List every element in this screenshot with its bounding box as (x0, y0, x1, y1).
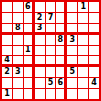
cell-r4c2[interactable] (13, 35, 23, 45)
cell-r6c3[interactable] (24, 56, 34, 66)
cell-r5c3[interactable]: 1 (24, 46, 34, 56)
sudoku-board: 61278383142355641 (0, 0, 101, 101)
cell-r2c8[interactable] (78, 13, 88, 23)
cell-r4c4[interactable] (35, 35, 45, 45)
cell-r7c2[interactable]: 3 (13, 67, 23, 77)
cell-r7c1[interactable]: 2 (2, 67, 12, 77)
given-digit: 3 (15, 68, 21, 76)
cell-r6c1[interactable]: 4 (2, 56, 12, 66)
cell-r5c6[interactable] (56, 46, 66, 56)
cell-r5c9[interactable] (89, 46, 99, 56)
given-digit: 8 (58, 36, 64, 44)
cell-r1c6[interactable] (56, 2, 66, 12)
cell-r2c1[interactable] (2, 13, 12, 23)
cell-r1c5[interactable] (46, 2, 56, 12)
cell-r6c2[interactable] (13, 56, 23, 66)
cell-r2c6[interactable] (56, 13, 66, 23)
cell-r5c5[interactable] (46, 46, 56, 56)
cell-r2c7[interactable] (67, 13, 77, 23)
cell-r8c7[interactable] (67, 78, 77, 88)
cell-r7c4[interactable] (35, 67, 45, 77)
cell-r4c6[interactable]: 8 (56, 35, 66, 45)
cell-r2c9[interactable] (89, 13, 99, 23)
cell-r8c1[interactable] (2, 78, 12, 88)
cell-r7c6[interactable] (56, 67, 66, 77)
cell-r3c2[interactable]: 8 (13, 24, 23, 34)
given-digit: 4 (91, 79, 97, 87)
given-digit: 5 (69, 68, 75, 76)
cell-r4c9[interactable] (89, 35, 99, 45)
cell-r5c1[interactable] (2, 46, 12, 56)
cell-r1c1[interactable] (2, 2, 12, 12)
given-digit: 3 (69, 36, 75, 44)
cell-r9c9[interactable] (89, 89, 99, 99)
cell-r6c8[interactable] (78, 56, 88, 66)
cell-r9c8[interactable] (78, 89, 88, 99)
cell-r1c7[interactable] (67, 2, 77, 12)
cell-r1c3[interactable]: 6 (24, 2, 34, 12)
cell-r9c7[interactable] (67, 89, 77, 99)
cell-r8c8[interactable] (78, 78, 88, 88)
cell-r3c3[interactable] (24, 24, 34, 34)
given-digit: 1 (25, 46, 31, 54)
cell-r3c9[interactable] (89, 24, 99, 34)
given-digit: 2 (4, 68, 10, 76)
cell-r8c3[interactable] (24, 78, 34, 88)
cell-r9c6[interactable] (56, 89, 66, 99)
given-digit: 8 (15, 24, 21, 32)
given-digit: 4 (4, 56, 10, 64)
cell-r6c6[interactable] (56, 56, 66, 66)
cell-r2c5[interactable]: 7 (46, 13, 56, 23)
cell-r1c4[interactable] (35, 2, 45, 12)
cell-r7c5[interactable] (46, 67, 56, 77)
given-digit: 5 (48, 79, 54, 87)
given-digit: 6 (25, 3, 31, 11)
cell-r5c8[interactable] (78, 46, 88, 56)
cell-r2c4[interactable]: 2 (35, 13, 45, 23)
cell-r9c1[interactable]: 1 (2, 89, 12, 99)
cell-r2c3[interactable] (24, 13, 34, 23)
cell-r8c9[interactable]: 4 (89, 78, 99, 88)
cell-r7c9[interactable] (89, 67, 99, 77)
cell-r6c9[interactable] (89, 56, 99, 66)
cell-r9c2[interactable] (13, 89, 23, 99)
cell-r3c1[interactable] (2, 24, 12, 34)
cell-r7c8[interactable] (78, 67, 88, 77)
given-digit: 6 (58, 79, 64, 87)
cell-r9c4[interactable] (35, 89, 45, 99)
given-digit: 1 (80, 3, 86, 11)
cell-r9c3[interactable] (24, 89, 34, 99)
cell-r6c5[interactable] (46, 56, 56, 66)
cell-r6c7[interactable] (67, 56, 77, 66)
cell-r1c9[interactable] (89, 2, 99, 12)
cell-r1c2[interactable] (13, 2, 23, 12)
cell-r4c5[interactable] (46, 35, 56, 45)
cell-r3c5[interactable] (46, 24, 56, 34)
given-digit: 3 (37, 24, 43, 32)
given-digit: 7 (48, 14, 54, 22)
given-digit: 1 (4, 90, 10, 98)
cell-r8c6[interactable]: 6 (56, 78, 66, 88)
cell-r5c2[interactable] (13, 46, 23, 56)
cell-r3c6[interactable] (56, 24, 66, 34)
cell-r4c3[interactable] (24, 35, 34, 45)
cell-r1c8[interactable]: 1 (78, 2, 88, 12)
cell-r7c7[interactable]: 5 (67, 67, 77, 77)
cell-r3c4[interactable]: 3 (35, 24, 45, 34)
cell-r7c3[interactable] (24, 67, 34, 77)
cell-r6c4[interactable] (35, 56, 45, 66)
cell-r8c2[interactable] (13, 78, 23, 88)
cell-r3c8[interactable] (78, 24, 88, 34)
cell-r8c4[interactable] (35, 78, 45, 88)
cell-r2c2[interactable] (13, 13, 23, 23)
cell-r3c7[interactable] (67, 24, 77, 34)
cell-r5c4[interactable] (35, 46, 45, 56)
cell-r8c5[interactable]: 5 (46, 78, 56, 88)
cell-r4c1[interactable] (2, 35, 12, 45)
given-digit: 2 (37, 14, 43, 22)
cell-r9c5[interactable] (46, 89, 56, 99)
cell-r4c7[interactable]: 3 (67, 35, 77, 45)
cell-r5c7[interactable] (67, 46, 77, 56)
cell-r4c8[interactable] (78, 35, 88, 45)
